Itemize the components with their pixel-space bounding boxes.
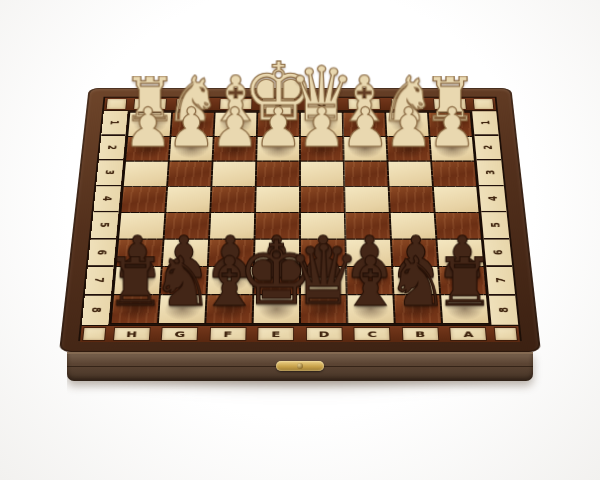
rank-number: 7 — [493, 278, 508, 283]
white-pawn[interactable]: ♟ — [167, 105, 216, 148]
white-pawn[interactable]: ♟ — [124, 105, 173, 148]
file-letter: A — [445, 100, 454, 107]
black-rook[interactable]: ♜ — [435, 256, 495, 309]
square-e3[interactable] — [257, 162, 299, 186]
square-h3[interactable] — [124, 162, 168, 186]
square-g4[interactable] — [166, 187, 210, 212]
square-g2[interactable]: ♟ — [170, 137, 213, 161]
rank-number: 3 — [103, 170, 117, 175]
file-plaque-near-g: G — [162, 328, 197, 340]
rank-label-left-2: 2 — [99, 136, 126, 161]
square-f2[interactable]: ♟ — [213, 137, 255, 161]
board-squares: ♜♞♝♚♛♝♞♜♟♟♟♟♟♟♟♟♟♟♟♟♟♟♟♟♜♞♝♚♛♝♞♜ — [108, 111, 491, 324]
square-f3[interactable] — [212, 162, 255, 186]
piece-glyph: ♛ — [287, 243, 361, 309]
square-d2[interactable]: ♟ — [301, 137, 343, 161]
chess-board: HGFEDCBA 12345678 ♜♞♝♚♛♝♞♜♟♟♟♟♟♟♟♟♟♟♟♟♟♟… — [59, 88, 541, 352]
square-h8[interactable]: ♜ — [112, 295, 159, 323]
rank-label-right-4: 4 — [479, 186, 507, 212]
rank-number: 3 — [483, 170, 497, 175]
file-letter: H — [145, 100, 155, 107]
square-d8[interactable]: ♛ — [301, 295, 346, 323]
rank-label-right-2: 2 — [474, 136, 501, 161]
file-letter: H — [126, 329, 138, 338]
file-label-near-e: E — [252, 326, 300, 342]
white-pawn[interactable]: ♟ — [341, 105, 390, 148]
file-plaque-near-a: A — [451, 328, 487, 340]
rank-number: 8 — [89, 307, 104, 312]
rank-number: 2 — [105, 145, 119, 150]
square-h2[interactable]: ♟ — [126, 137, 169, 161]
rank-number: 6 — [490, 250, 505, 255]
file-plaque-near-c: C — [355, 328, 390, 340]
corner-plaque-near-left — [80, 326, 108, 342]
rank-number: 5 — [488, 222, 503, 227]
latch-pin — [297, 363, 303, 369]
board-inner-frame: HGFEDCBA 12345678 ♜♞♝♚♛♝♞♜♟♟♟♟♟♟♟♟♟♟♟♟♟♟… — [80, 98, 519, 340]
piece-glyph: ♟ — [167, 105, 216, 148]
file-label-near-d: D — [300, 326, 348, 342]
file-letter: E — [271, 329, 280, 338]
square-b2[interactable]: ♟ — [387, 137, 430, 161]
file-letter: D — [319, 329, 330, 338]
rank-label-left-4: 4 — [93, 186, 121, 212]
square-d3[interactable] — [301, 162, 343, 186]
corner-plaque-near-right — [492, 326, 520, 342]
brass-latch — [276, 361, 324, 371]
piece-glyph: ♟ — [428, 105, 477, 148]
square-g3[interactable] — [168, 162, 212, 186]
file-label-near-g: G — [155, 326, 204, 342]
piece-glyph: ♟ — [124, 105, 173, 148]
square-c2[interactable]: ♟ — [344, 137, 386, 161]
file-label-near-c: C — [348, 326, 397, 342]
black-rook[interactable]: ♜ — [105, 256, 165, 309]
file-letter: F — [223, 329, 232, 338]
file-plaque-near-e: E — [258, 328, 293, 340]
square-h4[interactable] — [121, 187, 166, 212]
file-plaque-near-d: D — [307, 328, 342, 340]
file-label-near-h: H — [107, 326, 156, 342]
file-label-near-b: B — [396, 326, 445, 342]
piece-glyph: ♟ — [341, 105, 390, 148]
square-c3[interactable] — [345, 162, 388, 186]
file-letter: E — [275, 100, 283, 107]
piece-glyph: ♜ — [105, 256, 165, 309]
square-a3[interactable] — [432, 162, 476, 186]
square-e4[interactable] — [256, 187, 299, 212]
file-letter: G — [174, 329, 185, 338]
piece-glyph: ♟ — [210, 105, 259, 148]
box-front-face — [67, 352, 533, 381]
rank-number: 5 — [97, 222, 112, 227]
square-b4[interactable] — [390, 187, 434, 212]
file-letter: C — [360, 100, 369, 107]
piece-glyph: ♟ — [254, 105, 303, 148]
square-d4[interactable] — [301, 187, 344, 212]
white-pawn[interactable]: ♟ — [384, 105, 433, 148]
board-middle-band: 12345678 ♜♞♝♚♛♝♞♜♟♟♟♟♟♟♟♟♟♟♟♟♟♟♟♟♜♞♝♚♛♝♞… — [82, 111, 518, 324]
piece-glyph: ♟ — [384, 105, 433, 148]
square-f4[interactable] — [211, 187, 255, 212]
file-letter: D — [317, 100, 327, 107]
piece-glyph: ♟ — [297, 105, 346, 148]
rank-number: 8 — [496, 307, 511, 312]
square-c4[interactable] — [345, 187, 389, 212]
rank-number: 4 — [485, 196, 499, 201]
black-queen[interactable]: ♛ — [287, 243, 361, 309]
file-letter: F — [232, 100, 240, 107]
file-plaque-near-f: F — [210, 328, 245, 340]
file-labels-near: HGFEDCBA — [80, 325, 520, 342]
rank-number: 1 — [108, 120, 122, 125]
chess-set-photo: HGFEDCBA 12345678 ♜♞♝♚♛♝♞♜♟♟♟♟♟♟♟♟♟♟♟♟♟♟… — [0, 0, 600, 480]
square-e2[interactable]: ♟ — [257, 137, 299, 161]
square-a4[interactable] — [434, 187, 479, 212]
rank-number: 2 — [481, 145, 495, 150]
rank-number: 4 — [100, 196, 114, 201]
file-plaque-near-b: B — [403, 328, 438, 340]
square-a8[interactable]: ♜ — [441, 295, 488, 323]
board-outer-rim: HGFEDCBA 12345678 ♜♞♝♚♛♝♞♜♟♟♟♟♟♟♟♟♟♟♟♟♟♟… — [59, 88, 541, 352]
file-letter: G — [188, 100, 198, 107]
file-label-near-f: F — [203, 326, 252, 342]
file-label-near-a: A — [444, 326, 493, 342]
file-letter: B — [403, 100, 412, 107]
white-pawn[interactable]: ♟ — [297, 105, 346, 148]
square-a2[interactable]: ♟ — [430, 137, 473, 161]
rank-label-right-3: 3 — [477, 161, 504, 187]
piece-glyph: ♜ — [435, 256, 495, 309]
rank-number: 7 — [92, 278, 107, 283]
perspective-wrapper: HGFEDCBA 12345678 ♜♞♝♚♛♝♞♜♟♟♟♟♟♟♟♟♟♟♟♟♟♟… — [0, 0, 600, 480]
file-letter: B — [415, 329, 425, 338]
rank-label-left-3: 3 — [96, 161, 123, 187]
white-pawn[interactable]: ♟ — [210, 105, 259, 148]
square-b3[interactable] — [388, 162, 432, 186]
white-pawn[interactable]: ♟ — [428, 105, 477, 148]
rank-number: 6 — [95, 250, 110, 255]
file-letter: C — [367, 329, 377, 338]
rank-number: 1 — [478, 120, 492, 125]
file-plaque-near-h: H — [114, 328, 150, 340]
white-pawn[interactable]: ♟ — [254, 105, 303, 148]
file-letter: A — [463, 329, 474, 338]
